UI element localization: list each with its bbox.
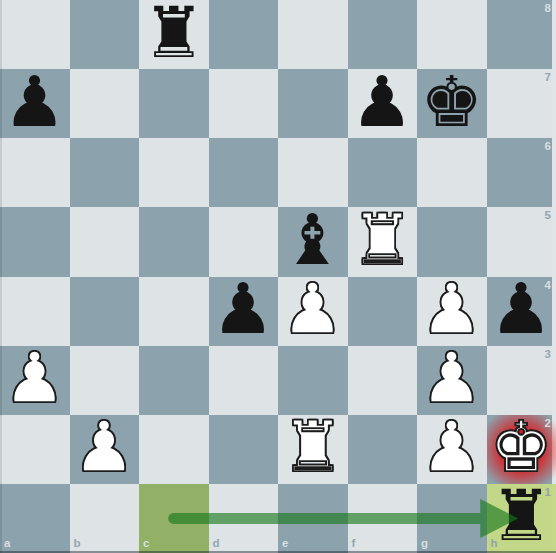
file-label-c: c xyxy=(143,538,149,550)
file-label-d: d xyxy=(213,538,220,550)
square-f3[interactable] xyxy=(348,346,418,415)
square-a1[interactable]: a xyxy=(0,484,70,553)
square-h1[interactable]: 1h♜ xyxy=(487,484,556,553)
square-e2[interactable]: ♜ xyxy=(278,415,348,484)
square-g5[interactable] xyxy=(417,207,487,276)
black-rook[interactable]: ♜ xyxy=(139,0,209,67)
square-f8[interactable] xyxy=(348,0,418,69)
square-a2[interactable] xyxy=(0,415,70,484)
square-h7[interactable]: 7 xyxy=(487,69,556,138)
square-e8[interactable] xyxy=(278,0,348,69)
square-g4[interactable]: ♟ xyxy=(417,277,487,346)
file-label-b: b xyxy=(74,538,81,550)
rank-label-3: 3 xyxy=(545,349,551,361)
square-a8[interactable] xyxy=(0,0,70,69)
square-e1[interactable]: e xyxy=(278,484,348,553)
square-c7[interactable] xyxy=(139,69,209,138)
square-d2[interactable] xyxy=(209,415,279,484)
square-c1[interactable]: c xyxy=(139,484,209,553)
square-h8[interactable]: 8 xyxy=(487,0,556,69)
square-d3[interactable] xyxy=(209,346,279,415)
black-rook[interactable]: ♜ xyxy=(487,482,556,551)
rank-label-7: 7 xyxy=(545,72,551,84)
black-king[interactable]: ♚ xyxy=(417,67,487,136)
last-move-highlight-c1 xyxy=(139,484,209,553)
square-h2[interactable]: 2♚ xyxy=(487,415,556,484)
square-b2[interactable]: ♟ xyxy=(70,415,140,484)
square-a4[interactable] xyxy=(0,277,70,346)
square-g6[interactable] xyxy=(417,138,487,207)
square-a3[interactable]: ♟ xyxy=(0,346,70,415)
square-a7[interactable]: ♟ xyxy=(0,69,70,138)
square-e6[interactable] xyxy=(278,138,348,207)
white-pawn[interactable]: ♟ xyxy=(278,275,348,344)
square-b5[interactable] xyxy=(70,207,140,276)
file-label-e: e xyxy=(282,538,288,550)
square-g7[interactable]: ♚ xyxy=(417,69,487,138)
board-left-edge xyxy=(0,0,2,553)
white-pawn[interactable]: ♟ xyxy=(417,344,487,413)
square-d1[interactable]: d xyxy=(209,484,279,553)
square-c2[interactable] xyxy=(139,415,209,484)
square-f5[interactable]: ♜ xyxy=(348,207,418,276)
square-b8[interactable] xyxy=(70,0,140,69)
square-f4[interactable] xyxy=(348,277,418,346)
square-c4[interactable] xyxy=(139,277,209,346)
square-d4[interactable]: ♟ xyxy=(209,277,279,346)
black-pawn[interactable]: ♟ xyxy=(487,275,556,344)
square-d7[interactable] xyxy=(209,69,279,138)
square-e4[interactable]: ♟ xyxy=(278,277,348,346)
square-a6[interactable] xyxy=(0,138,70,207)
square-f2[interactable] xyxy=(348,415,418,484)
square-f1[interactable]: f xyxy=(348,484,418,553)
white-king[interactable]: ♚ xyxy=(487,413,556,482)
white-rook[interactable]: ♜ xyxy=(278,413,348,482)
chess-board: ♜8♟♟♚76♝♜5♟♟♟4♟♟♟3♟♜♟2♚abcdefg1h♜ xyxy=(0,0,556,553)
square-c6[interactable] xyxy=(139,138,209,207)
square-f6[interactable] xyxy=(348,138,418,207)
square-c8[interactable]: ♜ xyxy=(139,0,209,69)
rank-label-5: 5 xyxy=(545,210,551,222)
square-g1[interactable]: g xyxy=(417,484,487,553)
rank-label-6: 6 xyxy=(545,141,551,153)
square-h4[interactable]: 4♟ xyxy=(487,277,556,346)
square-d8[interactable] xyxy=(209,0,279,69)
square-g8[interactable] xyxy=(417,0,487,69)
square-f7[interactable]: ♟ xyxy=(348,69,418,138)
square-d5[interactable] xyxy=(209,207,279,276)
square-h5[interactable]: 5 xyxy=(487,207,556,276)
square-g2[interactable]: ♟ xyxy=(417,415,487,484)
white-pawn[interactable]: ♟ xyxy=(70,413,140,482)
black-pawn[interactable]: ♟ xyxy=(0,67,70,136)
black-pawn[interactable]: ♟ xyxy=(209,275,279,344)
square-c5[interactable] xyxy=(139,207,209,276)
square-g3[interactable]: ♟ xyxy=(417,346,487,415)
black-pawn[interactable]: ♟ xyxy=(348,67,418,136)
file-label-f: f xyxy=(352,538,356,550)
square-h6[interactable]: 6 xyxy=(487,138,556,207)
square-b6[interactable] xyxy=(70,138,140,207)
white-rook[interactable]: ♜ xyxy=(348,205,418,274)
square-b7[interactable] xyxy=(70,69,140,138)
square-c3[interactable] xyxy=(139,346,209,415)
square-e5[interactable]: ♝ xyxy=(278,207,348,276)
square-e7[interactable] xyxy=(278,69,348,138)
white-pawn[interactable]: ♟ xyxy=(417,275,487,344)
square-e3[interactable] xyxy=(278,346,348,415)
file-label-g: g xyxy=(421,538,428,550)
black-bishop[interactable]: ♝ xyxy=(278,205,348,274)
rank-label-8: 8 xyxy=(545,3,551,15)
square-h3[interactable]: 3 xyxy=(487,346,556,415)
square-a5[interactable] xyxy=(0,207,70,276)
file-label-a: a xyxy=(4,538,10,550)
square-b4[interactable] xyxy=(70,277,140,346)
white-pawn[interactable]: ♟ xyxy=(417,413,487,482)
square-d6[interactable] xyxy=(209,138,279,207)
square-b3[interactable] xyxy=(70,346,140,415)
square-b1[interactable]: b xyxy=(70,484,140,553)
white-pawn[interactable]: ♟ xyxy=(0,344,70,413)
board-grid: ♜8♟♟♚76♝♜5♟♟♟4♟♟♟3♟♜♟2♚abcdefg1h♜ xyxy=(0,0,556,553)
